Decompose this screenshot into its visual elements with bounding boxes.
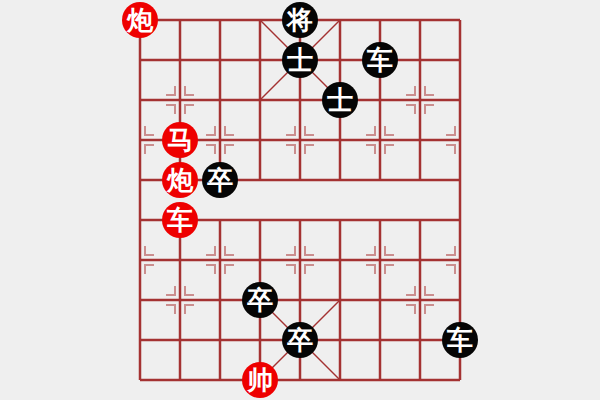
- piece-red-general[interactable]: 帅: [242, 362, 278, 398]
- piece-black-soldier[interactable]: 卒: [242, 282, 278, 318]
- piece-black-soldier[interactable]: 卒: [202, 162, 238, 198]
- piece-red-chariot[interactable]: 车: [162, 202, 198, 238]
- piece-black-advisor[interactable]: 士: [322, 82, 358, 118]
- piece-black-general[interactable]: 将: [282, 2, 318, 38]
- board-grid[interactable]: 炮将士车士马炮卒车卒卒车帅: [120, 0, 480, 400]
- piece-black-chariot[interactable]: 车: [442, 322, 478, 358]
- xiangqi-board: 炮将士车士马炮卒车卒卒车帅: [120, 0, 480, 400]
- piece-red-cannon[interactable]: 炮: [162, 162, 198, 198]
- piece-black-advisor[interactable]: 士: [282, 42, 318, 78]
- piece-black-soldier[interactable]: 卒: [282, 322, 318, 358]
- xiangqi-app: 炮将士车士马炮卒车卒卒车帅: [0, 0, 600, 400]
- piece-red-horse[interactable]: 马: [162, 122, 198, 158]
- piece-black-chariot[interactable]: 车: [362, 42, 398, 78]
- piece-red-cannon[interactable]: 炮: [122, 2, 158, 38]
